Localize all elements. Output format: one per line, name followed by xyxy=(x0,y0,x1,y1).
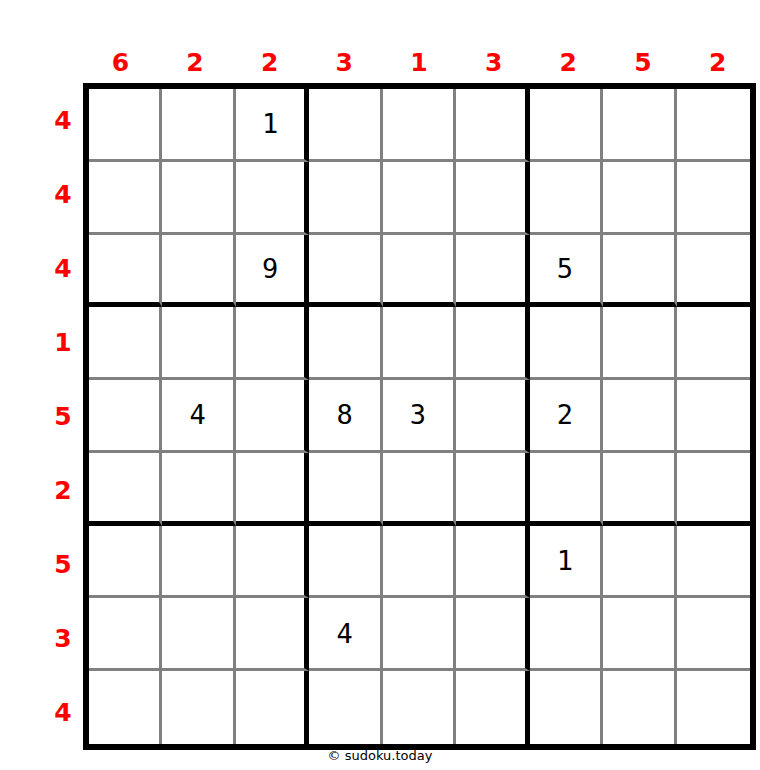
cell-r1c8[interactable] xyxy=(603,89,676,162)
top-clue-col1: 6 xyxy=(83,45,158,79)
left-clue-row7: 5 xyxy=(46,528,80,602)
top-clue-col8: 5 xyxy=(606,45,681,79)
cell-r4c4[interactable] xyxy=(309,307,382,380)
cell-r3c2[interactable] xyxy=(162,235,235,308)
cell-r2c2[interactable] xyxy=(162,162,235,235)
cell-r7c6[interactable] xyxy=(456,526,529,599)
cell-r6c2[interactable] xyxy=(162,453,235,526)
cell-r3c8[interactable] xyxy=(603,235,676,308)
cell-r3c9[interactable] xyxy=(677,235,750,308)
cell-r5c5: 3 xyxy=(383,380,456,453)
cell-r9c5[interactable] xyxy=(383,671,456,744)
cell-r8c5[interactable] xyxy=(383,598,456,671)
skyscraper-sudoku-page: 622313252 444152534 195483214 © sudoku.t… xyxy=(0,0,760,770)
cell-r9c1[interactable] xyxy=(89,671,162,744)
cell-r8c4: 4 xyxy=(309,598,382,671)
cell-r7c9[interactable] xyxy=(677,526,750,599)
cell-r4c3[interactable] xyxy=(236,307,309,380)
cell-r6c1[interactable] xyxy=(89,453,162,526)
cell-r8c8[interactable] xyxy=(603,598,676,671)
cell-r7c8[interactable] xyxy=(603,526,676,599)
cell-r9c7[interactable] xyxy=(530,671,603,744)
cell-r7c5[interactable] xyxy=(383,526,456,599)
cell-r8c3[interactable] xyxy=(236,598,309,671)
cell-r6c7[interactable] xyxy=(530,453,603,526)
cell-r9c9[interactable] xyxy=(677,671,750,744)
cell-r3c5[interactable] xyxy=(383,235,456,308)
cell-r5c9[interactable] xyxy=(677,380,750,453)
left-clue-row5: 5 xyxy=(46,379,80,453)
cell-r1c9[interactable] xyxy=(677,89,750,162)
cell-r2c3[interactable] xyxy=(236,162,309,235)
cell-r2c1[interactable] xyxy=(89,162,162,235)
left-clue-row9: 4 xyxy=(46,676,80,750)
cell-r6c5[interactable] xyxy=(383,453,456,526)
cell-r2c6[interactable] xyxy=(456,162,529,235)
cell-r1c6[interactable] xyxy=(456,89,529,162)
cell-r2c9[interactable] xyxy=(677,162,750,235)
cell-r4c8[interactable] xyxy=(603,307,676,380)
left-clues: 444152534 xyxy=(46,83,80,750)
cell-r5c8[interactable] xyxy=(603,380,676,453)
cell-r4c7[interactable] xyxy=(530,307,603,380)
cell-r5c2: 4 xyxy=(162,380,235,453)
cell-r1c7[interactable] xyxy=(530,89,603,162)
top-clue-col3: 2 xyxy=(232,45,307,79)
left-clue-row4: 1 xyxy=(46,305,80,379)
cell-r6c6[interactable] xyxy=(456,453,529,526)
cell-r1c1[interactable] xyxy=(89,89,162,162)
cell-r2c8[interactable] xyxy=(603,162,676,235)
cell-r4c9[interactable] xyxy=(677,307,750,380)
top-clue-col9: 2 xyxy=(680,45,755,79)
cell-r7c2[interactable] xyxy=(162,526,235,599)
top-clues: 622313252 xyxy=(83,45,755,79)
cell-r8c9[interactable] xyxy=(677,598,750,671)
cell-r8c7[interactable] xyxy=(530,598,603,671)
cell-r5c7: 2 xyxy=(530,380,603,453)
cell-r8c6[interactable] xyxy=(456,598,529,671)
top-clue-col4: 3 xyxy=(307,45,382,79)
cell-r1c3: 1 xyxy=(236,89,309,162)
cell-r4c1[interactable] xyxy=(89,307,162,380)
cell-r9c2[interactable] xyxy=(162,671,235,744)
top-clue-col2: 2 xyxy=(158,45,233,79)
cell-r3c6[interactable] xyxy=(456,235,529,308)
cell-r6c3[interactable] xyxy=(236,453,309,526)
cell-r7c3[interactable] xyxy=(236,526,309,599)
cell-r8c1[interactable] xyxy=(89,598,162,671)
cell-r9c3[interactable] xyxy=(236,671,309,744)
left-clue-row2: 4 xyxy=(46,157,80,231)
left-clue-row3: 4 xyxy=(46,231,80,305)
top-clue-col6: 3 xyxy=(456,45,531,79)
copyright-text: © sudoku.today xyxy=(0,748,760,763)
cell-r5c6[interactable] xyxy=(456,380,529,453)
cell-r4c5[interactable] xyxy=(383,307,456,380)
cell-r3c3: 9 xyxy=(236,235,309,308)
top-clue-col5: 1 xyxy=(382,45,457,79)
cell-r7c1[interactable] xyxy=(89,526,162,599)
left-clue-row6: 2 xyxy=(46,454,80,528)
cell-r3c1[interactable] xyxy=(89,235,162,308)
cell-r1c4[interactable] xyxy=(309,89,382,162)
cell-r7c4[interactable] xyxy=(309,526,382,599)
cell-r2c4[interactable] xyxy=(309,162,382,235)
cell-r4c6[interactable] xyxy=(456,307,529,380)
cell-r1c5[interactable] xyxy=(383,89,456,162)
cell-r6c9[interactable] xyxy=(677,453,750,526)
top-clue-col7: 2 xyxy=(531,45,606,79)
cell-r5c4: 8 xyxy=(309,380,382,453)
cell-r2c5[interactable] xyxy=(383,162,456,235)
cell-r9c6[interactable] xyxy=(456,671,529,744)
cell-r9c4[interactable] xyxy=(309,671,382,744)
cell-r6c8[interactable] xyxy=(603,453,676,526)
cell-r5c1[interactable] xyxy=(89,380,162,453)
cell-r1c2[interactable] xyxy=(162,89,235,162)
cell-r9c8[interactable] xyxy=(603,671,676,744)
cell-r3c7: 5 xyxy=(530,235,603,308)
cell-r8c2[interactable] xyxy=(162,598,235,671)
cell-r5c3[interactable] xyxy=(236,380,309,453)
left-clue-row8: 3 xyxy=(46,602,80,676)
cell-r7c7: 1 xyxy=(530,526,603,599)
cell-r3c4[interactable] xyxy=(309,235,382,308)
cell-r4c2[interactable] xyxy=(162,307,235,380)
sudoku-grid: 195483214 xyxy=(83,83,756,750)
cell-r2c7[interactable] xyxy=(530,162,603,235)
left-clue-row1: 4 xyxy=(46,83,80,157)
cell-r6c4[interactable] xyxy=(309,453,382,526)
